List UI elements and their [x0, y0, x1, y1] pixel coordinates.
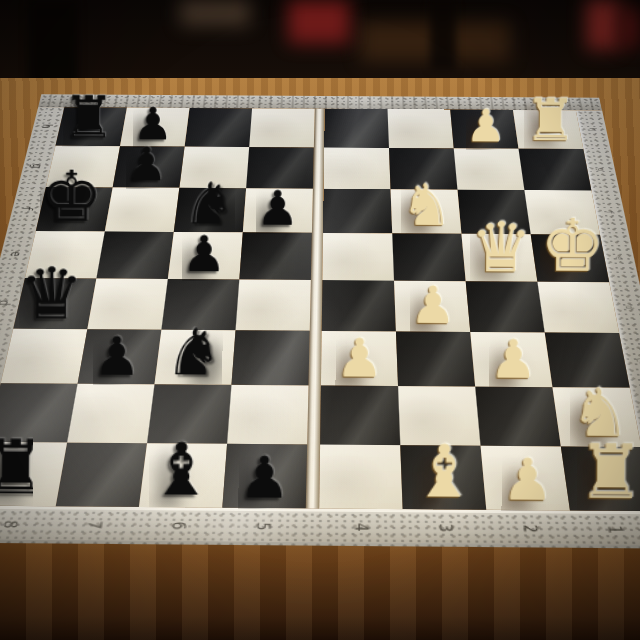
white-pawn-c4[interactable]: ♟ [335, 332, 383, 386]
square-e4[interactable] [322, 233, 394, 281]
square-g7[interactable]: ♟ [113, 146, 185, 188]
black-knight-c6[interactable]: ♞ [165, 320, 223, 385]
square-g2[interactable] [454, 148, 525, 190]
black-knight-f6[interactable]: ♞ [183, 174, 235, 232]
black-pawn-e6[interactable]: ♟ [182, 230, 227, 280]
square-d7[interactable] [87, 279, 167, 330]
square-e7[interactable] [96, 231, 173, 279]
black-bishop-a6[interactable]: ♝ [149, 434, 214, 507]
square-b2[interactable] [475, 387, 561, 447]
square-c2[interactable]: ♟ [470, 332, 552, 387]
square-c7[interactable]: ♟ [78, 329, 162, 384]
square-a7[interactable] [56, 443, 147, 507]
square-e1[interactable]: ♚ [531, 234, 610, 282]
square-b4[interactable] [320, 386, 400, 446]
white-king-e1[interactable]: ♚ [540, 210, 606, 283]
square-c8[interactable] [1, 329, 88, 384]
square-a6[interactable]: ♝ [139, 443, 227, 507]
square-e5[interactable] [239, 232, 312, 280]
square-c3[interactable] [396, 331, 475, 386]
black-rook-a8[interactable]: ♜ [0, 430, 49, 505]
square-g4[interactable] [324, 147, 391, 189]
white-rook-h1[interactable]: ♜ [524, 91, 577, 150]
folding-chess-board: hgfedcba hgfedcba 87654321 ♜♟♟♚♞♟♟♛♟♞♜♝♟… [0, 94, 640, 545]
square-b5[interactable] [227, 385, 308, 445]
square-g1[interactable] [519, 149, 592, 191]
white-knight-f3[interactable]: ♞ [401, 176, 453, 234]
board-half-black-side: ♜♟♟♚♞♟♟♛♟♞♜♝♟ [0, 107, 315, 508]
white-pawn-h2[interactable]: ♟ [466, 104, 506, 149]
square-a1[interactable]: ♜ [561, 446, 640, 511]
square-a4[interactable] [319, 445, 403, 510]
square-h4[interactable] [324, 109, 389, 148]
square-d2[interactable] [466, 281, 545, 332]
white-rook-a1[interactable]: ♜ [577, 435, 640, 511]
black-pawn-c7[interactable]: ♟ [93, 330, 141, 384]
black-pawn-a5[interactable]: ♟ [238, 449, 290, 507]
square-h5[interactable] [249, 108, 315, 147]
square-c5[interactable] [231, 330, 309, 385]
square-d3[interactable]: ♟ [394, 281, 470, 332]
square-f5[interactable]: ♟ [243, 188, 313, 233]
board-border-near-rank-numbers: 87654321 [0, 505, 640, 548]
black-rook-h8[interactable]: ♜ [63, 88, 115, 146]
square-f4[interactable] [323, 189, 392, 234]
square-e2[interactable]: ♛ [461, 234, 537, 282]
square-d4[interactable] [322, 280, 396, 331]
black-pawn-f5[interactable]: ♟ [256, 185, 299, 233]
square-h2[interactable]: ♟ [450, 110, 518, 149]
white-pawn-c2[interactable]: ♟ [489, 333, 537, 387]
square-f3[interactable]: ♞ [391, 189, 462, 234]
square-f8[interactable]: ♚ [36, 187, 113, 231]
square-h3[interactable] [388, 109, 454, 148]
white-pawn-d3[interactable]: ♟ [410, 280, 456, 332]
square-d1[interactable] [537, 282, 619, 333]
square-c4[interactable]: ♟ [321, 331, 398, 386]
square-a5[interactable]: ♟ [222, 444, 307, 509]
square-a3[interactable]: ♝ [400, 445, 486, 510]
chess-scene: hgfedcba hgfedcba 87654321 ♜♟♟♚♞♟♟♛♟♞♜♝♟… [0, 0, 640, 640]
square-h8[interactable]: ♜ [55, 107, 126, 146]
square-f7[interactable] [105, 187, 180, 231]
square-c6[interactable]: ♞ [154, 330, 235, 385]
square-d8[interactable]: ♛ [13, 278, 96, 329]
white-pawn-a2[interactable]: ♟ [502, 451, 554, 509]
square-b7[interactable] [67, 384, 154, 443]
white-queen-e2[interactable]: ♛ [470, 212, 532, 282]
square-h1[interactable]: ♜ [513, 110, 583, 149]
black-king-f8[interactable]: ♚ [40, 162, 103, 232]
square-e6[interactable]: ♟ [168, 232, 243, 280]
square-a2[interactable]: ♟ [481, 446, 570, 511]
square-d5[interactable] [236, 280, 311, 331]
square-e3[interactable] [392, 233, 465, 281]
black-queen-d8[interactable]: ♛ [19, 257, 83, 329]
white-bishop-a3[interactable]: ♝ [412, 436, 477, 509]
black-pawn-g7[interactable]: ♟ [126, 141, 168, 187]
square-h6[interactable] [185, 108, 252, 147]
